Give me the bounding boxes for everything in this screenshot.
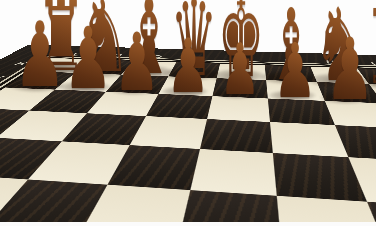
board-squares-grid xyxy=(0,58,376,226)
square-e6 xyxy=(207,96,270,122)
chess-board: abcdefgh87654321 xyxy=(0,45,376,226)
square-e5 xyxy=(200,119,273,153)
file-label-c: c xyxy=(135,53,180,60)
file-label-e: e xyxy=(220,56,264,63)
square-d7 xyxy=(158,76,216,96)
chess-photo-stage: abcdefgh87654321 ♜♞♝♛♚♝♞♜♟♟♟♟♟♟♟♟ xyxy=(0,0,376,226)
square-d6 xyxy=(146,94,212,119)
square-e3 xyxy=(176,190,282,226)
square-f7 xyxy=(266,80,325,101)
square-e4 xyxy=(190,149,276,196)
file-label-b: b xyxy=(94,52,140,59)
file-label-f: f xyxy=(264,57,310,64)
file-label-d: d xyxy=(177,55,222,62)
file-label-g: g xyxy=(307,59,356,67)
photo-bottom-edge xyxy=(0,222,376,226)
square-e7 xyxy=(212,78,267,98)
file-label-h: h xyxy=(351,60,376,68)
